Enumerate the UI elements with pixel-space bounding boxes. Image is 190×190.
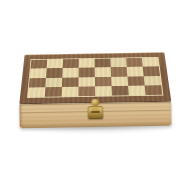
board-square-dark	[143, 67, 160, 76]
board-square-light	[128, 85, 146, 95]
board-square-light	[62, 68, 78, 77]
board-square-dark	[29, 78, 46, 88]
board-square-dark	[95, 76, 112, 86]
board-square-dark	[127, 76, 144, 86]
box-front-panel	[19, 102, 171, 129]
board-square-light	[142, 58, 159, 67]
chess-box	[18, 42, 171, 130]
board-lid	[19, 52, 171, 104]
board-square-light	[78, 77, 95, 87]
board-square-dark	[46, 68, 63, 77]
board-square-dark	[63, 59, 79, 68]
clasp-slot	[91, 111, 100, 113]
board-square-light	[28, 87, 45, 97]
board-square-light	[127, 67, 144, 76]
board-square-light	[95, 67, 111, 76]
board-square-light	[144, 76, 161, 86]
board-square-light	[45, 77, 62, 87]
board-square-light	[79, 59, 95, 68]
board-square-light	[30, 68, 47, 77]
board-square-light	[47, 59, 63, 68]
board-square-light	[110, 58, 126, 67]
board-square-dark	[79, 68, 95, 77]
board-field	[27, 57, 164, 98]
board-square-dark	[62, 77, 79, 87]
board-square-dark	[126, 58, 143, 67]
clasp-latch	[85, 99, 105, 125]
board-square-dark	[112, 86, 129, 96]
board-square-dark	[95, 59, 111, 68]
board-square-light	[62, 86, 79, 96]
product-photo-canvas: { "scene_description": "Closed folding w…	[0, 0, 190, 190]
board-square-dark	[111, 67, 128, 76]
board-square-dark	[145, 85, 163, 95]
board-square-dark	[45, 87, 62, 97]
clasp-hasp-icon	[88, 106, 103, 119]
board-square-dark	[78, 86, 95, 96]
board-square-light	[111, 76, 128, 86]
board-square-dark	[31, 60, 48, 69]
board-square-light	[95, 86, 112, 96]
